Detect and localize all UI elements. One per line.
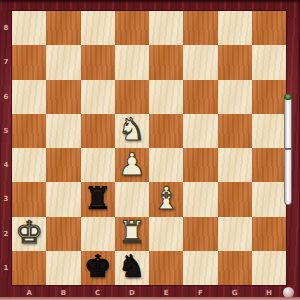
rank-label-7: 7	[0, 45, 12, 79]
rank-label-3: 3	[0, 182, 12, 216]
right-border-slider[interactable]	[284, 95, 292, 205]
square-a6[interactable]	[12, 80, 46, 114]
chess-board: ♞♟♜♝♚♜♚♞	[12, 11, 286, 285]
square-c3[interactable]: ♜	[81, 182, 115, 216]
square-b1[interactable]	[46, 251, 80, 285]
square-h5[interactable]	[252, 114, 286, 148]
square-g4[interactable]	[218, 148, 252, 182]
square-c6[interactable]	[81, 80, 115, 114]
square-e2[interactable]	[149, 217, 183, 251]
square-f3[interactable]	[183, 182, 217, 216]
square-g1[interactable]	[218, 251, 252, 285]
slider-divider	[285, 148, 291, 150]
square-f8[interactable]	[183, 11, 217, 45]
square-c5[interactable]	[81, 114, 115, 148]
square-a8[interactable]	[12, 11, 46, 45]
square-a3[interactable]	[12, 182, 46, 216]
square-b4[interactable]	[46, 148, 80, 182]
square-c7[interactable]	[81, 45, 115, 79]
rank-label-2: 2	[0, 217, 12, 251]
square-h3[interactable]	[252, 182, 286, 216]
square-h4[interactable]	[252, 148, 286, 182]
square-d7[interactable]	[115, 45, 149, 79]
rank-label-6: 6	[0, 80, 12, 114]
square-d5[interactable]: ♞	[115, 114, 149, 148]
square-d8[interactable]	[115, 11, 149, 45]
square-g6[interactable]	[218, 80, 252, 114]
square-d4[interactable]: ♟	[115, 148, 149, 182]
square-c4[interactable]	[81, 148, 115, 182]
white-knight[interactable]: ♞	[118, 114, 146, 145]
square-d3[interactable]	[115, 182, 149, 216]
square-h1[interactable]	[252, 251, 286, 285]
square-b7[interactable]	[46, 45, 80, 79]
rank-labels: 87654321	[0, 11, 12, 285]
square-e3[interactable]: ♝	[149, 182, 183, 216]
square-a2[interactable]: ♚	[12, 217, 46, 251]
square-b5[interactable]	[46, 114, 80, 148]
square-c2[interactable]	[81, 217, 115, 251]
white-rook[interactable]: ♜	[118, 217, 146, 248]
square-f2[interactable]	[183, 217, 217, 251]
square-a5[interactable]	[12, 114, 46, 148]
rank-label-5: 5	[0, 114, 12, 148]
square-d6[interactable]	[115, 80, 149, 114]
square-g3[interactable]	[218, 182, 252, 216]
black-knight[interactable]: ♞	[118, 251, 146, 282]
square-f6[interactable]	[183, 80, 217, 114]
square-c1[interactable]: ♚	[81, 251, 115, 285]
white-bishop[interactable]: ♝	[152, 183, 180, 214]
square-e5[interactable]	[149, 114, 183, 148]
black-rook[interactable]: ♜	[84, 183, 112, 214]
square-h7[interactable]	[252, 45, 286, 79]
square-a7[interactable]	[12, 45, 46, 79]
square-h6[interactable]	[252, 80, 286, 114]
square-e7[interactable]	[149, 45, 183, 79]
rank-label-4: 4	[0, 148, 12, 182]
white-king[interactable]: ♚	[15, 217, 43, 248]
square-g2[interactable]	[218, 217, 252, 251]
square-f4[interactable]	[183, 148, 217, 182]
rank-label-8: 8	[0, 11, 12, 45]
square-e6[interactable]	[149, 80, 183, 114]
square-g8[interactable]	[218, 11, 252, 45]
square-g5[interactable]	[218, 114, 252, 148]
square-f5[interactable]	[183, 114, 217, 148]
square-g7[interactable]	[218, 45, 252, 79]
square-b8[interactable]	[46, 11, 80, 45]
square-e1[interactable]	[149, 251, 183, 285]
square-b3[interactable]	[46, 182, 80, 216]
slider-green-cap-icon	[284, 94, 292, 100]
white-pawn[interactable]: ♟	[118, 149, 146, 180]
square-f7[interactable]	[183, 45, 217, 79]
square-c8[interactable]	[81, 11, 115, 45]
square-e8[interactable]	[149, 11, 183, 45]
square-h8[interactable]	[252, 11, 286, 45]
rank-label-1: 1	[0, 251, 12, 285]
chess-board-frame: ♞♟♜♝♚♜♚♞ 87654321 ABCDEFGH	[0, 0, 300, 300]
square-a1[interactable]	[12, 251, 46, 285]
square-f1[interactable]	[183, 251, 217, 285]
square-b2[interactable]	[46, 217, 80, 251]
black-king[interactable]: ♚	[84, 251, 112, 282]
square-a4[interactable]	[12, 148, 46, 182]
square-h2[interactable]	[252, 217, 286, 251]
square-d2[interactable]: ♜	[115, 217, 149, 251]
square-b6[interactable]	[46, 80, 80, 114]
square-e4[interactable]	[149, 148, 183, 182]
square-d1[interactable]: ♞	[115, 251, 149, 285]
